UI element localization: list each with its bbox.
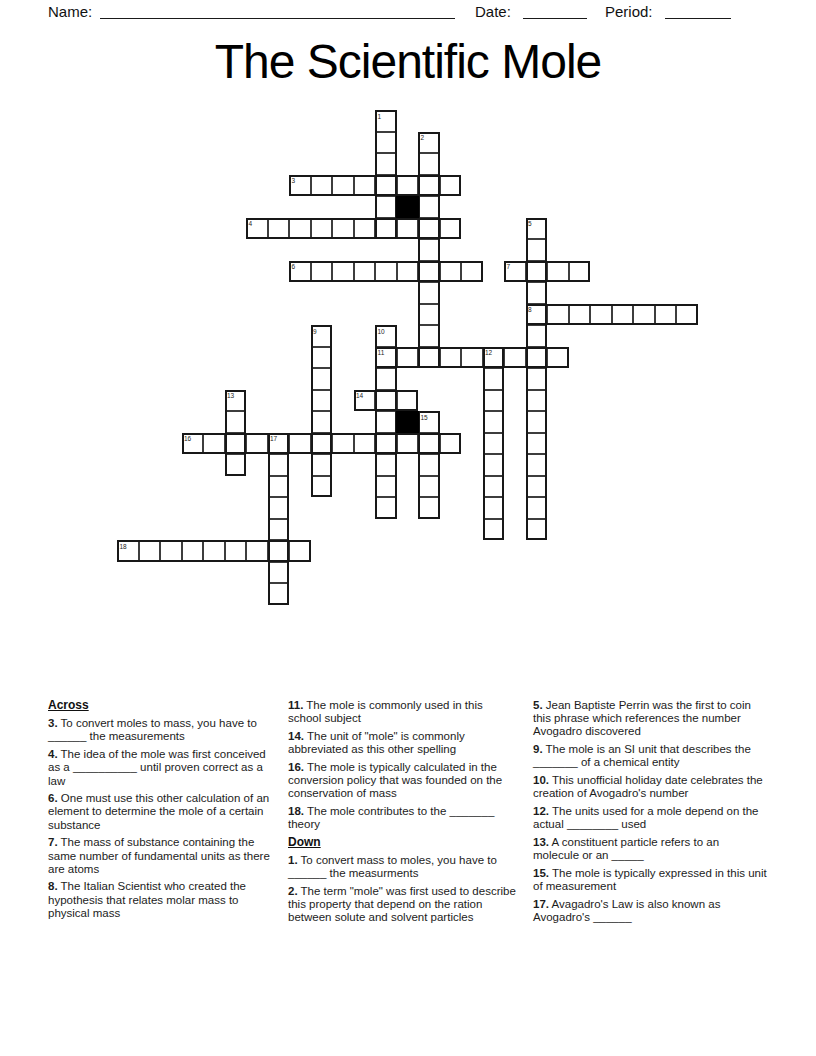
grid-cell[interactable] — [418, 196, 440, 218]
grid-cell[interactable] — [332, 175, 354, 197]
grid-cell[interactable] — [268, 562, 290, 584]
clue: 12. The units used for a mole depend on … — [533, 805, 767, 831]
grid-cell[interactable] — [375, 261, 397, 283]
clue-number: 11. — [288, 699, 303, 711]
grid-cell[interactable] — [440, 175, 462, 197]
grid-cell[interactable] — [418, 325, 440, 347]
clue-number: 9. — [533, 743, 543, 755]
grid-cell[interactable] — [440, 261, 462, 283]
crossword-grid: 123456789101112131415161718 — [117, 110, 698, 605]
grid-cell[interactable] — [526, 368, 548, 390]
clues-column-3: 5. Jean Baptiste Perrin was the first to… — [533, 699, 767, 929]
grid-cell[interactable] — [418, 497, 440, 519]
grid-cell[interactable] — [526, 433, 548, 455]
grid-cell[interactable] — [655, 304, 677, 326]
name-label: Name: — [48, 3, 92, 20]
grid-cell[interactable] — [461, 261, 483, 283]
clues-column-2: 11. The mole is commonly used in this sc… — [288, 699, 518, 929]
grid-cell[interactable] — [268, 540, 290, 562]
grid-cell[interactable] — [397, 390, 419, 412]
grid-cell[interactable] — [375, 325, 397, 347]
grid-cell[interactable] — [203, 433, 225, 455]
grid-cell[interactable] — [289, 540, 311, 562]
clue: 16. The mole is typically calculated in … — [288, 761, 518, 801]
grid-cell[interactable] — [418, 175, 440, 197]
grid-cell[interactable] — [483, 497, 505, 519]
grid-cell[interactable] — [547, 261, 569, 283]
clue-number: 8. — [48, 880, 58, 892]
grid-cell[interactable] — [483, 433, 505, 455]
grid-cell[interactable] — [268, 476, 290, 498]
grid-cell[interactable] — [246, 218, 268, 240]
grid-cell[interactable] — [311, 218, 333, 240]
clue-number: 1. — [288, 854, 298, 866]
grid-cell[interactable] — [375, 175, 397, 197]
grid-cell[interactable] — [268, 583, 290, 605]
grid-cell[interactable] — [311, 454, 333, 476]
grid-cell[interactable] — [311, 390, 333, 412]
grid-cell[interactable] — [139, 540, 161, 562]
grid-cell[interactable] — [225, 390, 247, 412]
grid-cell[interactable] — [332, 261, 354, 283]
date-label: Date: — [475, 3, 511, 20]
clue-number: 4. — [48, 748, 58, 760]
clue: 10. This unofficial holiday date celebra… — [533, 774, 767, 800]
grid-cell[interactable] — [526, 390, 548, 412]
grid-cell[interactable] — [225, 540, 247, 562]
grid-cell[interactable] — [311, 325, 333, 347]
clue: 14. The unit of "mole" is commonly abbre… — [288, 730, 518, 756]
grid-cell[interactable] — [289, 433, 311, 455]
grid-cell[interactable] — [354, 433, 376, 455]
clue: 6. One must use this other calculation o… — [48, 792, 272, 832]
clue-number: 5. — [533, 699, 543, 711]
clue-number: 12. — [533, 805, 549, 817]
grid-cell[interactable] — [375, 368, 397, 390]
clue: 18. The mole contributes to the _______ … — [288, 805, 518, 831]
grid-cell[interactable] — [375, 218, 397, 240]
grid-cell[interactable] — [311, 175, 333, 197]
grid-cell[interactable] — [612, 304, 634, 326]
grid-cell[interactable] — [418, 476, 440, 498]
grid-cell[interactable] — [483, 519, 505, 541]
grid-cell[interactable] — [418, 282, 440, 304]
grid-cell[interactable] — [418, 347, 440, 369]
grid-cell[interactable] — [526, 519, 548, 541]
grid-cell[interactable] — [418, 411, 440, 433]
grid-cell[interactable] — [483, 390, 505, 412]
grid-cell[interactable] — [526, 239, 548, 261]
clue: 17. Avagadro's Law is also known as Avog… — [533, 898, 767, 924]
grid-cell[interactable] — [526, 497, 548, 519]
grid-cell[interactable] — [203, 540, 225, 562]
clue: 15. The mole is typically expressed in t… — [533, 867, 767, 893]
grid-cell[interactable] — [354, 390, 376, 412]
grid-cell[interactable] — [526, 304, 548, 326]
grid-cell[interactable] — [225, 454, 247, 476]
clue-number: 10. — [533, 774, 549, 786]
grid-cell[interactable] — [375, 497, 397, 519]
grid-cell[interactable] — [375, 433, 397, 455]
grid-cell[interactable] — [440, 347, 462, 369]
clue: 5. Jean Baptiste Perrin was the first to… — [533, 699, 767, 739]
clue-number: 13. — [533, 836, 549, 848]
grid-cell[interactable] — [375, 110, 397, 132]
grid-cell[interactable] — [418, 433, 440, 455]
grid-cell[interactable] — [225, 433, 247, 455]
grid-cell[interactable] — [440, 218, 462, 240]
grid-cell[interactable] — [354, 261, 376, 283]
clue-number: 15. — [533, 867, 549, 879]
grid-cell[interactable] — [182, 433, 204, 455]
grid-cell[interactable] — [418, 454, 440, 476]
grid-cell[interactable] — [418, 239, 440, 261]
grid-cell[interactable] — [526, 411, 548, 433]
grid-cell[interactable] — [526, 454, 548, 476]
grid-cell[interactable] — [311, 261, 333, 283]
clue-number: 14. — [288, 730, 304, 742]
clue: 1. To convert mass to moles, you have to… — [288, 854, 518, 880]
grid-cell[interactable] — [268, 433, 290, 455]
grid-cell[interactable] — [526, 261, 548, 283]
grid-cell[interactable] — [483, 347, 505, 369]
grid-cell[interactable] — [375, 153, 397, 175]
grid-cell[interactable] — [182, 540, 204, 562]
grid-cell[interactable] — [397, 175, 419, 197]
grid-cell[interactable] — [590, 304, 612, 326]
clue-number: 16. — [288, 761, 304, 773]
grid-cell[interactable] — [483, 368, 505, 390]
grid-cell[interactable] — [375, 476, 397, 498]
grid-cell[interactable] — [418, 153, 440, 175]
grid-cell[interactable] — [268, 454, 290, 476]
grid-cell[interactable] — [526, 476, 548, 498]
grid-cell[interactable] — [418, 132, 440, 154]
clue: 8. The Italian Scientist who created the… — [48, 880, 272, 920]
grid-cell[interactable] — [332, 433, 354, 455]
grid-cell[interactable] — [397, 347, 419, 369]
grid-cell[interactable] — [354, 218, 376, 240]
grid-cell[interactable] — [569, 304, 591, 326]
grid-cell[interactable] — [311, 347, 333, 369]
grid-cell[interactable] — [526, 325, 548, 347]
clue: 9. The mole is an SI unit that describes… — [533, 743, 767, 769]
grid-cell[interactable] — [504, 347, 526, 369]
grid-cell[interactable] — [483, 411, 505, 433]
clues-column-1: Across3. To convert moles to mass, you h… — [48, 699, 272, 925]
grid-cell[interactable] — [483, 476, 505, 498]
worksheet-page: { "header": { "name_label": "Name:", "da… — [0, 0, 816, 1056]
grid-cell[interactable] — [268, 519, 290, 541]
grid-cell[interactable] — [375, 132, 397, 154]
clue-number: 7. — [48, 836, 58, 848]
grid-cell[interactable] — [418, 261, 440, 283]
clue: 7. The mass of substance containing the … — [48, 836, 272, 876]
grid-cell[interactable] — [547, 347, 569, 369]
black-cell — [396, 196, 419, 219]
grid-cell[interactable] — [246, 540, 268, 562]
grid-cell[interactable] — [375, 454, 397, 476]
grid-cell[interactable] — [332, 218, 354, 240]
grid-cell[interactable] — [633, 304, 655, 326]
grid-cell[interactable] — [117, 540, 139, 562]
grid-cell[interactable] — [268, 497, 290, 519]
grid-cell[interactable] — [375, 196, 397, 218]
grid-cell[interactable] — [289, 218, 311, 240]
grid-cell[interactable] — [354, 175, 376, 197]
grid-cell[interactable] — [311, 411, 333, 433]
grid-cell[interactable] — [397, 218, 419, 240]
grid-cell[interactable] — [268, 218, 290, 240]
grid-cell[interactable] — [569, 261, 591, 283]
clue: 3. To convert moles to mass, you have to… — [48, 717, 272, 743]
clue: 11. The mole is commonly used in this sc… — [288, 699, 518, 725]
clue-number: 3. — [48, 717, 58, 729]
period-label: Period: — [605, 3, 653, 20]
clue-number: 18. — [288, 805, 304, 817]
grid-cell[interactable] — [461, 347, 483, 369]
grid-cell[interactable] — [289, 175, 311, 197]
grid-cell[interactable] — [225, 411, 247, 433]
grid-cell[interactable] — [676, 304, 698, 326]
page-title: The Scientific Mole — [0, 34, 816, 89]
grid-cell[interactable] — [246, 433, 268, 455]
grid-cell[interactable] — [375, 411, 397, 433]
grid-cell[interactable] — [526, 282, 548, 304]
grid-cell[interactable] — [311, 433, 333, 455]
clue-number: 17. — [533, 898, 549, 910]
name-line[interactable] — [100, 18, 455, 19]
grid-cell[interactable] — [504, 261, 526, 283]
date-line[interactable] — [523, 18, 587, 19]
clue-number: 6. — [48, 792, 58, 804]
clue: 2. The term "mole" was first used to des… — [288, 885, 518, 925]
period-line[interactable] — [665, 18, 731, 19]
grid-cell[interactable] — [418, 218, 440, 240]
grid-cell[interactable] — [547, 304, 569, 326]
black-cell — [396, 411, 419, 434]
grid-cell[interactable] — [440, 433, 462, 455]
grid-cell[interactable] — [160, 540, 182, 562]
clue: 4. The idea of the mole was first concei… — [48, 748, 272, 788]
clues-across-header: Across — [48, 699, 272, 712]
grid-cell[interactable] — [311, 476, 333, 498]
grid-cell[interactable] — [289, 261, 311, 283]
clues-down-header: Down — [288, 836, 518, 849]
clue-number: 2. — [288, 885, 298, 897]
grid-cell[interactable] — [375, 390, 397, 412]
grid-cell[interactable] — [311, 368, 333, 390]
clue: 13. A constituent particle refers to an … — [533, 836, 767, 862]
grid-cell[interactable] — [483, 454, 505, 476]
grid-cell[interactable] — [418, 304, 440, 326]
grid-cell[interactable] — [397, 261, 419, 283]
grid-cell[interactable] — [375, 347, 397, 369]
grid-cell[interactable] — [397, 433, 419, 455]
grid-cell[interactable] — [526, 347, 548, 369]
grid-cell[interactable] — [526, 218, 548, 240]
